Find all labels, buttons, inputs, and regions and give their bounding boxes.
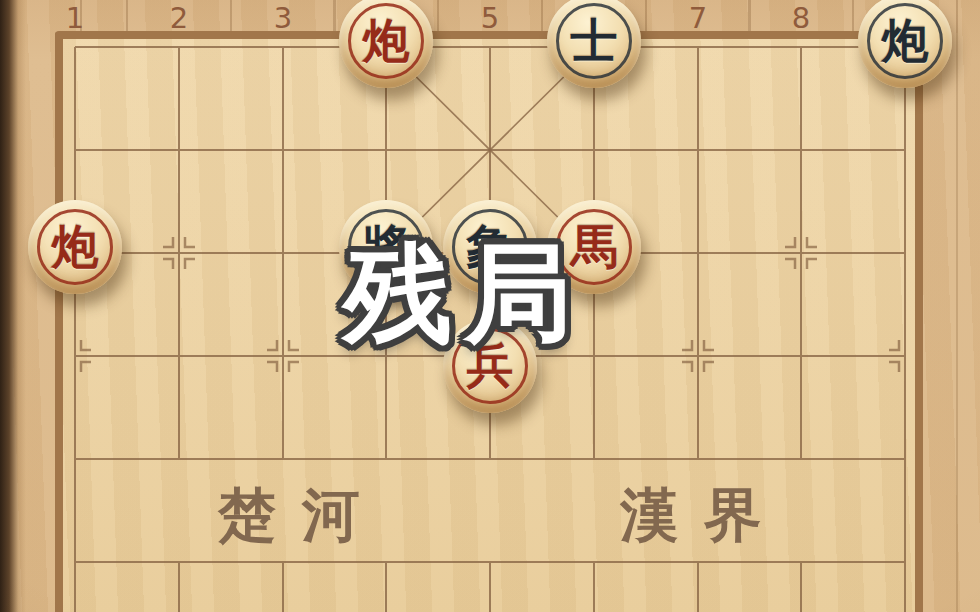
column-label-5: 5	[481, 1, 499, 35]
piece-black-advisor[interactable]: 士	[547, 0, 641, 88]
piece-red-cannon[interactable]: 炮	[339, 0, 433, 88]
piece-glyph: 士	[547, 0, 641, 88]
table-edge-shadow	[0, 0, 26, 612]
column-label-2: 2	[170, 1, 188, 35]
river-label-right: 漢界	[620, 477, 788, 555]
piece-glyph: 炮	[28, 200, 122, 294]
piece-glyph: 炮	[339, 0, 433, 88]
xiangqi-board-screenshot: 楚河 漢界 123456789 炮士炮炮將象馬兵 残局	[0, 0, 980, 612]
column-label-1: 1	[66, 1, 84, 35]
column-label-7: 7	[689, 1, 707, 35]
piece-red-cannon[interactable]: 炮	[28, 200, 122, 294]
wood-plank-seam-right	[956, 33, 958, 612]
column-label-3: 3	[274, 1, 292, 35]
piece-glyph: 炮	[858, 0, 952, 88]
overlay-title: 残局	[344, 236, 584, 353]
piece-black-cannon[interactable]: 炮	[858, 0, 952, 88]
column-label-8: 8	[792, 1, 810, 35]
river-label-left: 楚河	[218, 477, 386, 555]
